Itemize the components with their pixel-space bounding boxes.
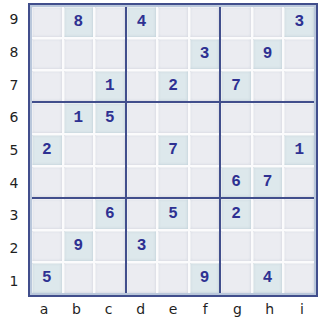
cell-f2[interactable] (190, 231, 220, 261)
cell-a5: 2 (32, 135, 62, 165)
cell-c2[interactable] (95, 231, 125, 261)
cell-d6[interactable] (127, 103, 157, 133)
row-label-6: 6 (0, 101, 28, 134)
cell-h2[interactable] (253, 231, 283, 261)
cell-a9[interactable] (32, 7, 62, 37)
cell-h5[interactable] (253, 135, 283, 165)
cell-f1: 9 (190, 263, 220, 293)
cell-f4[interactable] (190, 167, 220, 197)
cell-i1[interactable] (284, 263, 314, 293)
cell-f3[interactable] (190, 199, 220, 229)
cell-g3: 2 (221, 199, 251, 229)
box-6: 167 (221, 103, 314, 197)
cell-f5[interactable] (190, 135, 220, 165)
cell-b2: 9 (64, 231, 94, 261)
cell-e7: 2 (158, 71, 188, 101)
cell-a3[interactable] (32, 199, 62, 229)
row-label-7: 7 (0, 68, 28, 101)
sudoku-grid: 81432397152716769553924 (32, 7, 314, 293)
cell-g4: 6 (221, 167, 251, 197)
col-label-g: g (221, 297, 253, 320)
cell-h4: 7 (253, 167, 283, 197)
row-label-3: 3 (0, 199, 28, 232)
cell-b6: 1 (64, 103, 94, 133)
cell-f7[interactable] (190, 71, 220, 101)
cell-c4[interactable] (95, 167, 125, 197)
row-label-8: 8 (0, 36, 28, 69)
cell-a7[interactable] (32, 71, 62, 101)
cell-i6[interactable] (284, 103, 314, 133)
cell-d4[interactable] (127, 167, 157, 197)
col-label-e: e (157, 297, 189, 320)
cell-d5[interactable] (127, 135, 157, 165)
cell-d3[interactable] (127, 199, 157, 229)
box-5: 7 (127, 103, 220, 197)
cell-h8: 9 (253, 39, 283, 69)
cell-i2[interactable] (284, 231, 314, 261)
cell-g6[interactable] (221, 103, 251, 133)
cell-f9[interactable] (190, 7, 220, 37)
cell-b1[interactable] (64, 263, 94, 293)
cell-d9: 4 (127, 7, 157, 37)
row-label-2: 2 (0, 232, 28, 265)
cell-e8[interactable] (158, 39, 188, 69)
box-4: 152 (32, 103, 125, 197)
cell-b3[interactable] (64, 199, 94, 229)
cell-d1[interactable] (127, 263, 157, 293)
col-label-d: d (125, 297, 157, 320)
cell-d7[interactable] (127, 71, 157, 101)
row-label-1: 1 (0, 264, 28, 297)
col-label-i: i (286, 297, 318, 320)
cell-g8[interactable] (221, 39, 251, 69)
cell-b8[interactable] (64, 39, 94, 69)
cell-i9: 3 (284, 7, 314, 37)
cell-d2: 3 (127, 231, 157, 261)
box-7: 695 (32, 199, 125, 293)
cell-i5: 1 (284, 135, 314, 165)
sudoku-app: 987654321 81432397152716769553924 abcdef… (0, 0, 320, 320)
cell-b5[interactable] (64, 135, 94, 165)
row-label-9: 9 (0, 3, 28, 36)
cell-c8[interactable] (95, 39, 125, 69)
cell-a2[interactable] (32, 231, 62, 261)
sudoku-board: 81432397152716769553924 (28, 3, 318, 297)
cell-d8[interactable] (127, 39, 157, 69)
cell-g2[interactable] (221, 231, 251, 261)
cell-i4[interactable] (284, 167, 314, 197)
cell-g9[interactable] (221, 7, 251, 37)
box-1: 81 (32, 7, 125, 101)
col-label-c: c (92, 297, 124, 320)
cell-e4[interactable] (158, 167, 188, 197)
row-labels: 987654321 (0, 3, 28, 297)
box-3: 397 (221, 7, 314, 101)
cell-c1[interactable] (95, 263, 125, 293)
cell-g1[interactable] (221, 263, 251, 293)
cell-a1: 5 (32, 263, 62, 293)
cell-h7[interactable] (253, 71, 283, 101)
cell-i7[interactable] (284, 71, 314, 101)
cell-e3: 5 (158, 199, 188, 229)
cell-c3: 6 (95, 199, 125, 229)
cell-f8: 3 (190, 39, 220, 69)
box-2: 432 (127, 7, 220, 101)
cell-e5: 7 (158, 135, 188, 165)
cell-e1[interactable] (158, 263, 188, 293)
cell-i8[interactable] (284, 39, 314, 69)
cell-g7: 7 (221, 71, 251, 101)
cell-b4[interactable] (64, 167, 94, 197)
cell-a4[interactable] (32, 167, 62, 197)
cell-c9[interactable] (95, 7, 125, 37)
cell-e2[interactable] (158, 231, 188, 261)
col-label-f: f (189, 297, 221, 320)
cell-h3[interactable] (253, 199, 283, 229)
cell-e6[interactable] (158, 103, 188, 133)
cell-c7: 1 (95, 71, 125, 101)
col-label-h: h (254, 297, 286, 320)
cell-i3[interactable] (284, 199, 314, 229)
cell-b9: 8 (64, 7, 94, 37)
box-9: 24 (221, 199, 314, 293)
cell-b7[interactable] (64, 71, 94, 101)
cell-h1: 4 (253, 263, 283, 293)
cell-h9[interactable] (253, 7, 283, 37)
cell-c5[interactable] (95, 135, 125, 165)
cell-g5[interactable] (221, 135, 251, 165)
cell-h6[interactable] (253, 103, 283, 133)
row-label-4: 4 (0, 166, 28, 199)
cell-c6: 5 (95, 103, 125, 133)
cell-f6[interactable] (190, 103, 220, 133)
box-8: 539 (127, 199, 220, 293)
col-label-a: a (28, 297, 60, 320)
cell-a8[interactable] (32, 39, 62, 69)
cell-a6[interactable] (32, 103, 62, 133)
col-label-b: b (60, 297, 92, 320)
cell-e9[interactable] (158, 7, 188, 37)
col-labels: abcdefghi (28, 297, 318, 320)
row-label-5: 5 (0, 134, 28, 167)
